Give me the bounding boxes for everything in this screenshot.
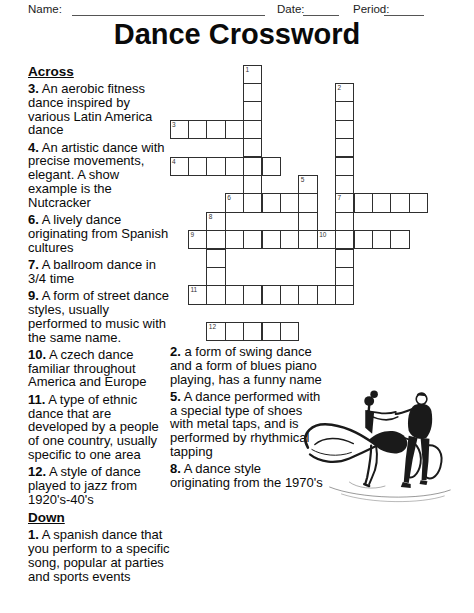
grid-cell-r8c2[interactable]: 8 bbox=[206, 212, 225, 231]
cell-number-11: 11 bbox=[190, 286, 197, 293]
grid-cell-r12c9[interactable] bbox=[335, 285, 354, 304]
grid-cell-r7c12[interactable] bbox=[390, 193, 409, 212]
clue-number: 4. bbox=[28, 140, 39, 155]
grid-cell-r14c3[interactable] bbox=[225, 322, 244, 341]
clue-across-3: 3. An aerobic fitness dance inspired by … bbox=[28, 82, 171, 137]
grid-cell-r7c3[interactable]: 6 bbox=[225, 193, 244, 212]
grid-cell-r9c10[interactable] bbox=[354, 230, 373, 249]
grid-cell-r8c7[interactable] bbox=[298, 212, 317, 231]
grid-cell-r14c4[interactable] bbox=[243, 322, 262, 341]
grid-cell-r9c12[interactable] bbox=[390, 230, 409, 249]
grid-cell-r12c1[interactable]: 11 bbox=[188, 285, 207, 304]
grid-cell-r9c5[interactable] bbox=[262, 230, 281, 249]
grid-cell-r5c5[interactable] bbox=[262, 157, 281, 176]
grid-cell-r3c1[interactable] bbox=[188, 120, 207, 139]
grid-cell-r12c6[interactable] bbox=[280, 285, 299, 304]
grid-cell-r6c4[interactable] bbox=[243, 175, 262, 194]
grid-cell-r7c13[interactable] bbox=[409, 193, 428, 212]
clue-number: 7. bbox=[28, 257, 39, 272]
grid-cell-r7c4[interactable] bbox=[243, 193, 262, 212]
grid-cell-r8c9[interactable] bbox=[335, 212, 354, 231]
grid-cell-r7c5[interactable] bbox=[262, 193, 281, 212]
grid-cell-r5c4[interactable] bbox=[243, 157, 262, 176]
grid-cell-r5c1[interactable] bbox=[188, 157, 207, 176]
clue-number: 2. bbox=[170, 344, 181, 359]
clue-text: A lively dance originating from Spanish … bbox=[28, 212, 168, 255]
grid-cell-r12c2[interactable] bbox=[206, 285, 225, 304]
cell-number-4: 4 bbox=[172, 158, 176, 165]
grid-cell-r11c2[interactable] bbox=[206, 267, 225, 286]
cell-number-8: 8 bbox=[209, 213, 213, 220]
grid-cell-r9c9[interactable] bbox=[335, 230, 354, 249]
clue-across-11: 11. A type of ethnic dance that are deve… bbox=[28, 393, 171, 462]
grid-cell-r3c2[interactable] bbox=[206, 120, 225, 139]
clue-text: A type of ethnic dance that are develope… bbox=[28, 392, 159, 462]
grid-cell-r7c9[interactable]: 7 bbox=[335, 193, 354, 212]
date-input-line[interactable] bbox=[303, 14, 339, 16]
grid-cell-r7c11[interactable] bbox=[372, 193, 391, 212]
grid-cell-r9c11[interactable] bbox=[372, 230, 391, 249]
clue-across-9: 9. A form of street dance styles, usuall… bbox=[28, 289, 171, 344]
clue-across-10: 10. A czech dance familiar throughout Am… bbox=[28, 348, 171, 389]
clue-across-6: 6. A lively dance originating from Spani… bbox=[28, 213, 171, 254]
grid-cell-r9c2[interactable] bbox=[206, 230, 225, 249]
cell-number-12: 12 bbox=[209, 323, 216, 330]
down-clues-list-left: 1. A spanish dance that you perform to a… bbox=[28, 528, 171, 583]
grid-cell-r9c6[interactable] bbox=[280, 230, 299, 249]
grid-cell-r3c0[interactable]: 3 bbox=[170, 120, 189, 139]
grid-cell-r2c9[interactable] bbox=[335, 101, 354, 120]
grid-cell-r1c9[interactable]: 2 bbox=[335, 83, 354, 102]
clue-number: 1. bbox=[28, 527, 39, 542]
grid-cell-r1c4[interactable] bbox=[243, 83, 262, 102]
crossword-grid: 123456789101112 bbox=[170, 65, 428, 342]
grid-cell-r4c9[interactable] bbox=[335, 138, 354, 157]
page-title: Dance Crossword bbox=[0, 18, 474, 51]
down-header: Down bbox=[28, 510, 171, 525]
grid-cell-r5c0[interactable]: 4 bbox=[170, 157, 189, 176]
cell-number-3: 3 bbox=[172, 121, 176, 128]
clue-across-12: 12. A style of dance played to jazz from… bbox=[28, 465, 171, 506]
grid-cell-r10c2[interactable] bbox=[206, 249, 225, 268]
clue-number: 3. bbox=[28, 81, 39, 96]
clue-text: A ballroom dance in 3/4 time bbox=[28, 257, 156, 286]
grid-cell-r5c9[interactable] bbox=[335, 157, 354, 176]
grid-cell-r5c2[interactable] bbox=[206, 157, 225, 176]
grid-cell-r0c4[interactable]: 1 bbox=[243, 65, 262, 84]
clue-text: An aerobic fitness dance inspired by var… bbox=[28, 81, 152, 137]
grid-cell-r11c9[interactable] bbox=[335, 267, 354, 286]
clue-down-2: 2. a form of swing dance and a form of b… bbox=[170, 345, 323, 386]
grid-cell-r6c9[interactable] bbox=[335, 175, 354, 194]
clue-text: A form of street dance styles, usually p… bbox=[28, 288, 169, 344]
clue-number: 6. bbox=[28, 212, 39, 227]
cell-number-2: 2 bbox=[338, 84, 342, 91]
grid-cell-r7c10[interactable] bbox=[354, 193, 373, 212]
clue-across-4: 4. An artistic dance with precise moveme… bbox=[28, 141, 171, 210]
grid-cell-r9c4[interactable] bbox=[243, 230, 262, 249]
name-input-line[interactable] bbox=[72, 14, 265, 16]
grid-cell-r6c7[interactable]: 5 bbox=[298, 175, 317, 194]
name-label: Name: bbox=[28, 3, 62, 15]
clue-down-1: 1. A spanish dance that you perform to a… bbox=[28, 528, 171, 583]
clues-column-left: Across 3. An aerobic fitness dance inspi… bbox=[28, 64, 171, 587]
cell-number-5: 5 bbox=[301, 176, 305, 183]
grid-cell-r4c4[interactable] bbox=[243, 138, 262, 157]
grid-cell-r3c3[interactable] bbox=[225, 120, 244, 139]
grid-cell-r9c7[interactable] bbox=[298, 230, 317, 249]
dancing-couple-illustration bbox=[300, 388, 468, 512]
grid-cell-r2c4[interactable] bbox=[243, 101, 262, 120]
cell-number-1: 1 bbox=[246, 66, 250, 73]
grid-cell-r14c6[interactable] bbox=[280, 322, 299, 341]
clue-text: A spanish dance that you perform to a sp… bbox=[28, 527, 170, 583]
grid-cell-r10c9[interactable] bbox=[335, 249, 354, 268]
clue-text: An artistic dance with precise movements… bbox=[28, 140, 165, 210]
cell-number-9: 9 bbox=[190, 231, 194, 238]
grid-cell-r12c4[interactable] bbox=[243, 285, 262, 304]
grid-cell-r12c7[interactable] bbox=[298, 285, 317, 304]
grid-cell-r12c8[interactable] bbox=[317, 285, 336, 304]
clue-number: 8. bbox=[170, 461, 181, 476]
grid-cell-r9c1[interactable]: 9 bbox=[188, 230, 207, 249]
clue-number: 11. bbox=[28, 392, 45, 407]
grid-cell-r3c9[interactable] bbox=[335, 120, 354, 139]
clue-text: A dance performed with a special type of… bbox=[170, 389, 320, 459]
period-input-line[interactable] bbox=[384, 14, 424, 16]
clue-text: a form of swing dance and a form of blue… bbox=[170, 344, 322, 387]
clue-text: A czech dance familiar throughout Americ… bbox=[28, 347, 147, 390]
grid-cell-r12c3[interactable] bbox=[225, 285, 244, 304]
grid-cell-r7c7[interactable] bbox=[298, 193, 317, 212]
grid-cell-r3c4[interactable] bbox=[243, 120, 262, 139]
clue-number: 12. bbox=[28, 464, 46, 479]
grid-cell-r14c5[interactable] bbox=[262, 322, 281, 341]
grid-cell-r9c8[interactable]: 10 bbox=[317, 230, 336, 249]
clue-across-7: 7. A ballroom dance in 3/4 time bbox=[28, 258, 171, 286]
date-label: Date: bbox=[277, 3, 305, 15]
clue-number: 9. bbox=[28, 288, 39, 303]
grid-cell-r9c3[interactable] bbox=[225, 230, 244, 249]
grid-cell-r12c5[interactable] bbox=[262, 285, 281, 304]
across-header: Across bbox=[28, 64, 171, 79]
cell-number-10: 10 bbox=[319, 231, 326, 238]
across-clues-list: 3. An aerobic fitness dance inspired by … bbox=[28, 82, 171, 507]
cell-number-6: 6 bbox=[227, 194, 231, 201]
grid-cell-r14c2[interactable]: 12 bbox=[206, 322, 225, 341]
cell-number-7: 7 bbox=[338, 194, 342, 201]
grid-cell-r5c3[interactable] bbox=[225, 157, 244, 176]
clue-number: 5. bbox=[170, 389, 181, 404]
clue-number: 10. bbox=[28, 347, 46, 362]
grid-cell-r7c6[interactable] bbox=[280, 193, 299, 212]
